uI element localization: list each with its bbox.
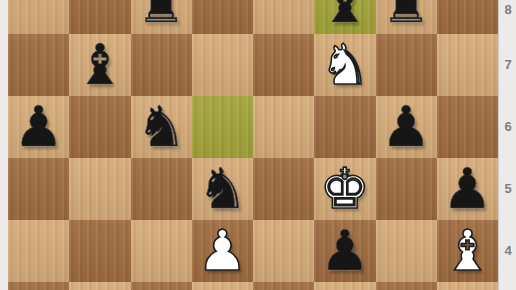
square-b6[interactable] (69, 96, 130, 158)
square-g4[interactable] (376, 220, 437, 282)
piece-white-bishop-h4[interactable]: ♝ (442, 220, 492, 282)
square-g6[interactable]: ♟ (376, 96, 437, 158)
square-h6[interactable] (437, 96, 498, 158)
rank-label-5: 5 (499, 181, 516, 197)
square-d7[interactable] (192, 34, 253, 96)
square-e3[interactable] (253, 282, 314, 290)
square-a7[interactable] (8, 34, 69, 96)
square-e8[interactable] (253, 0, 314, 34)
square-a8[interactable] (8, 0, 69, 34)
square-f4[interactable]: ♟ (314, 220, 375, 282)
square-c4[interactable] (131, 220, 192, 282)
square-f7[interactable]: ♞ (314, 34, 375, 96)
square-b5[interactable] (69, 158, 130, 220)
chess-board: ♜♝♜♝♞♟♞♟♞♚♟♟♟♝ (8, 0, 498, 290)
square-b7[interactable]: ♝ (69, 34, 130, 96)
square-e5[interactable] (253, 158, 314, 220)
square-d5[interactable]: ♞ (192, 158, 253, 220)
square-g8[interactable]: ♜ (376, 0, 437, 34)
square-b3[interactable] (69, 282, 130, 290)
square-e6[interactable] (253, 96, 314, 158)
square-d3[interactable] (192, 282, 253, 290)
square-b8[interactable] (69, 0, 130, 34)
square-e4[interactable] (253, 220, 314, 282)
square-h8[interactable] (437, 0, 498, 34)
chessboard-screenshot: ♜♝♜♝♞♟♞♟♞♚♟♟♟♝ 87654 (0, 0, 516, 290)
piece-black-bishop-b7[interactable]: ♝ (75, 34, 125, 96)
piece-white-pawn-d4[interactable]: ♟ (197, 220, 247, 282)
square-f3[interactable] (314, 282, 375, 290)
square-a4[interactable] (8, 220, 69, 282)
square-d8[interactable] (192, 0, 253, 34)
square-c6[interactable]: ♞ (131, 96, 192, 158)
square-e7[interactable] (253, 34, 314, 96)
piece-black-knight-c6[interactable]: ♞ (136, 96, 186, 158)
square-c5[interactable] (131, 158, 192, 220)
rank-coordinate-strip: 87654 (498, 0, 516, 290)
piece-white-knight-f7[interactable]: ♞ (320, 34, 370, 96)
piece-black-pawn-a6[interactable]: ♟ (14, 96, 64, 158)
square-h3[interactable] (437, 282, 498, 290)
square-h5[interactable]: ♟ (437, 158, 498, 220)
piece-black-pawn-f4[interactable]: ♟ (320, 220, 370, 282)
rank-label-4: 4 (499, 243, 516, 259)
square-c7[interactable] (131, 34, 192, 96)
piece-black-bishop-f8[interactable]: ♝ (320, 0, 370, 34)
square-f8[interactable]: ♝ (314, 0, 375, 34)
square-h7[interactable] (437, 34, 498, 96)
piece-black-rook-g8[interactable]: ♜ (381, 0, 431, 34)
rank-label-8: 8 (499, 2, 516, 18)
square-a6[interactable]: ♟ (8, 96, 69, 158)
square-d4[interactable]: ♟ (192, 220, 253, 282)
piece-black-pawn-h5[interactable]: ♟ (442, 158, 492, 220)
square-g3[interactable] (376, 282, 437, 290)
square-g7[interactable] (376, 34, 437, 96)
square-f5[interactable]: ♚ (314, 158, 375, 220)
square-d6[interactable] (192, 96, 253, 158)
square-c3[interactable] (131, 282, 192, 290)
piece-black-knight-d5[interactable]: ♞ (197, 158, 247, 220)
square-f6[interactable] (314, 96, 375, 158)
piece-black-rook-c8[interactable]: ♜ (136, 0, 186, 34)
square-a3[interactable] (8, 282, 69, 290)
square-c8[interactable]: ♜ (131, 0, 192, 34)
square-a5[interactable] (8, 158, 69, 220)
piece-white-king-f5[interactable]: ♚ (320, 158, 370, 220)
rank-label-7: 7 (499, 57, 516, 73)
square-h4[interactable]: ♝ (437, 220, 498, 282)
square-b4[interactable] (69, 220, 130, 282)
rank-label-6: 6 (499, 119, 516, 135)
piece-black-pawn-g6[interactable]: ♟ (381, 96, 431, 158)
square-g5[interactable] (376, 158, 437, 220)
